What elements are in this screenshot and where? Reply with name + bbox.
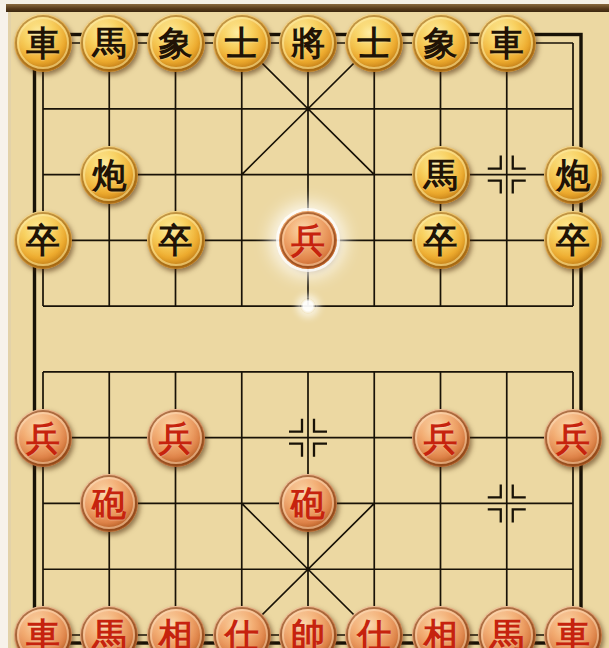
piece-glyph: 相	[424, 619, 458, 648]
piece-red-horse[interactable]: 馬	[80, 606, 138, 648]
piece-glyph: 馬	[92, 27, 126, 61]
piece-black-horse[interactable]: 馬	[412, 146, 470, 204]
piece-glyph: 砲	[92, 487, 126, 521]
piece-black-horse[interactable]: 馬	[80, 14, 138, 72]
piece-glyph: 帥	[291, 619, 325, 648]
piece-glyph: 車	[556, 619, 590, 648]
piece-red-cannon[interactable]: 砲	[80, 474, 138, 532]
piece-glyph: 炮	[556, 159, 590, 193]
piece-black-soldier[interactable]: 卒	[412, 211, 470, 269]
piece-red-soldier[interactable]: 兵	[147, 409, 205, 467]
piece-glyph: 卒	[424, 224, 458, 258]
piece-red-cannon[interactable]: 砲	[279, 474, 337, 532]
piece-glyph: 馬	[490, 619, 524, 648]
piece-red-general[interactable]: 帥	[279, 606, 337, 648]
piece-glyph: 兵	[424, 422, 458, 456]
piece-glyph: 兵	[556, 422, 590, 456]
piece-black-soldier[interactable]: 卒	[14, 211, 72, 269]
piece-glyph: 仕	[225, 619, 259, 648]
piece-glyph: 卒	[556, 224, 590, 258]
piece-red-soldier[interactable]: 兵	[279, 211, 337, 269]
piece-black-chariot[interactable]: 車	[14, 14, 72, 72]
piece-red-elephant[interactable]: 相	[147, 606, 205, 648]
piece-glyph: 兵	[26, 422, 60, 456]
piece-glyph: 象	[159, 27, 193, 61]
piece-black-cannon[interactable]: 炮	[80, 146, 138, 204]
piece-glyph: 仕	[357, 619, 391, 648]
piece-glyph: 砲	[291, 487, 325, 521]
piece-red-soldier[interactable]: 兵	[14, 409, 72, 467]
piece-glyph: 相	[159, 619, 193, 648]
piece-red-elephant[interactable]: 相	[412, 606, 470, 648]
piece-red-soldier[interactable]: 兵	[544, 409, 602, 467]
piece-glyph: 將	[291, 27, 325, 61]
piece-black-elephant[interactable]: 象	[412, 14, 470, 72]
piece-glyph: 馬	[424, 159, 458, 193]
board-grid-lines	[0, 0, 609, 648]
piece-red-chariot[interactable]: 車	[14, 606, 72, 648]
piece-black-advisor[interactable]: 士	[213, 14, 271, 72]
piece-black-advisor[interactable]: 士	[345, 14, 403, 72]
piece-red-soldier[interactable]: 兵	[412, 409, 470, 467]
piece-glyph: 士	[225, 27, 259, 61]
piece-red-chariot[interactable]: 車	[544, 606, 602, 648]
piece-glyph: 士	[357, 27, 391, 61]
piece-black-chariot[interactable]: 車	[478, 14, 536, 72]
piece-black-soldier[interactable]: 卒	[544, 211, 602, 269]
piece-glyph: 兵	[291, 224, 325, 258]
piece-red-advisor[interactable]: 仕	[213, 606, 271, 648]
piece-glyph: 車	[26, 619, 60, 648]
piece-glyph: 象	[424, 27, 458, 61]
piece-black-soldier[interactable]: 卒	[147, 211, 205, 269]
xiangqi-board[interactable]: 車馬象士將士象車炮馬炮卒卒兵卒卒兵兵兵兵砲砲車馬相仕帥仕相馬車	[0, 0, 609, 648]
last-move-origin-dot	[301, 299, 316, 314]
piece-red-horse[interactable]: 馬	[478, 606, 536, 648]
piece-glyph: 炮	[92, 159, 126, 193]
piece-glyph: 馬	[92, 619, 126, 648]
piece-glyph: 兵	[159, 422, 193, 456]
piece-black-elephant[interactable]: 象	[147, 14, 205, 72]
piece-glyph: 卒	[159, 224, 193, 258]
piece-glyph: 卒	[26, 224, 60, 258]
board-top-bevel	[6, 4, 609, 12]
piece-red-advisor[interactable]: 仕	[345, 606, 403, 648]
board-left-edge	[0, 0, 11, 648]
piece-black-general[interactable]: 將	[279, 14, 337, 72]
piece-glyph: 車	[490, 27, 524, 61]
piece-black-cannon[interactable]: 炮	[544, 146, 602, 204]
piece-glyph: 車	[26, 27, 60, 61]
